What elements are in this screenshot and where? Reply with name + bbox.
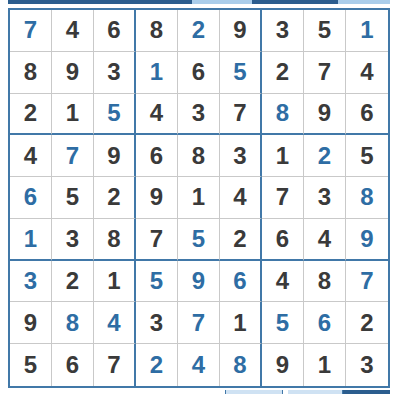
sudoku-cell-r9c4[interactable]: 2 <box>136 344 178 386</box>
sudoku-cell-r1c6[interactable]: 9 <box>220 10 262 52</box>
sudoku-cell-r1c2[interactable]: 4 <box>52 10 94 52</box>
sudoku-cell-r5c8[interactable]: 3 <box>304 177 346 219</box>
cropped-toolbar-segment-light-1 <box>192 0 252 4</box>
sudoku-cell-r6c5[interactable]: 5 <box>178 219 220 261</box>
sudoku-cell-r8c9[interactable]: 2 <box>346 302 388 344</box>
sudoku-cell-r6c3[interactable]: 8 <box>94 219 136 261</box>
sudoku-cell-r2c6[interactable]: 5 <box>220 52 262 94</box>
sudoku-app-screenshot: 7468293518931652742154378964796831256529… <box>0 0 400 394</box>
sudoku-cell-r4c6[interactable]: 3 <box>220 135 262 177</box>
sudoku-cell-r3c3[interactable]: 5 <box>94 94 136 136</box>
sudoku-cell-r6c6[interactable]: 2 <box>220 219 262 261</box>
sudoku-cell-r5c7[interactable]: 7 <box>262 177 304 219</box>
sudoku-cell-r3c9[interactable]: 6 <box>346 94 388 136</box>
sudoku-cell-r1c3[interactable]: 6 <box>94 10 136 52</box>
cropped-toolbar-strip-bottom <box>0 390 400 394</box>
sudoku-cell-r9c5[interactable]: 4 <box>178 344 220 386</box>
sudoku-cell-r1c9[interactable]: 1 <box>346 10 388 52</box>
cropped-button-top-3 <box>343 390 390 394</box>
sudoku-cell-r7c8[interactable]: 8 <box>304 261 346 303</box>
sudoku-cell-r2c8[interactable]: 7 <box>304 52 346 94</box>
sudoku-cell-r6c2[interactable]: 3 <box>52 219 94 261</box>
sudoku-cell-r7c9[interactable]: 7 <box>346 261 388 303</box>
sudoku-cell-r2c7[interactable]: 2 <box>262 52 304 94</box>
sudoku-cell-r1c1[interactable]: 7 <box>10 10 52 52</box>
sudoku-cell-r3c7[interactable]: 8 <box>262 94 304 136</box>
sudoku-cell-r7c2[interactable]: 2 <box>52 261 94 303</box>
sudoku-cell-r8c8[interactable]: 6 <box>304 302 346 344</box>
sudoku-cell-r9c9[interactable]: 3 <box>346 344 388 386</box>
sudoku-cell-r3c4[interactable]: 4 <box>136 94 178 136</box>
sudoku-cell-r4c5[interactable]: 8 <box>178 135 220 177</box>
sudoku-cell-r4c2[interactable]: 7 <box>52 135 94 177</box>
sudoku-cell-r4c1[interactable]: 4 <box>10 135 52 177</box>
sudoku-cell-r6c1[interactable]: 1 <box>10 219 52 261</box>
sudoku-cell-r2c5[interactable]: 6 <box>178 52 220 94</box>
sudoku-cell-r7c3[interactable]: 1 <box>94 261 136 303</box>
sudoku-cell-r3c6[interactable]: 7 <box>220 94 262 136</box>
sudoku-cell-r3c2[interactable]: 1 <box>52 94 94 136</box>
sudoku-cell-r9c3[interactable]: 7 <box>94 344 136 386</box>
sudoku-cell-r5c3[interactable]: 2 <box>94 177 136 219</box>
sudoku-cell-r5c1[interactable]: 6 <box>10 177 52 219</box>
sudoku-cell-r7c7[interactable]: 4 <box>262 261 304 303</box>
sudoku-cell-r8c7[interactable]: 5 <box>262 302 304 344</box>
sudoku-cell-r2c3[interactable]: 3 <box>94 52 136 94</box>
sudoku-cell-r8c6[interactable]: 1 <box>220 302 262 344</box>
sudoku-cell-r6c9[interactable]: 9 <box>346 219 388 261</box>
sudoku-cell-r1c8[interactable]: 5 <box>304 10 346 52</box>
sudoku-cell-r8c5[interactable]: 7 <box>178 302 220 344</box>
sudoku-cell-r6c8[interactable]: 4 <box>304 219 346 261</box>
sudoku-cell-r7c4[interactable]: 5 <box>136 261 178 303</box>
sudoku-cell-r4c7[interactable]: 1 <box>262 135 304 177</box>
sudoku-cell-r7c5[interactable]: 9 <box>178 261 220 303</box>
cropped-button-top-1 <box>225 390 283 394</box>
cropped-toolbar-segment-light-2 <box>338 0 390 4</box>
sudoku-cell-r7c6[interactable]: 6 <box>220 261 262 303</box>
sudoku-cell-r4c8[interactable]: 2 <box>304 135 346 177</box>
sudoku-cell-r3c1[interactable]: 2 <box>10 94 52 136</box>
sudoku-cell-r5c5[interactable]: 1 <box>178 177 220 219</box>
sudoku-cell-r2c9[interactable]: 4 <box>346 52 388 94</box>
sudoku-cell-r1c5[interactable]: 2 <box>178 10 220 52</box>
sudoku-cell-r1c4[interactable]: 8 <box>136 10 178 52</box>
sudoku-cell-r3c8[interactable]: 9 <box>304 94 346 136</box>
sudoku-cell-r6c7[interactable]: 6 <box>262 219 304 261</box>
sudoku-cell-r4c4[interactable]: 6 <box>136 135 178 177</box>
cropped-button-top-2 <box>288 390 343 394</box>
sudoku-cell-r9c1[interactable]: 5 <box>10 344 52 386</box>
sudoku-cell-r9c6[interactable]: 8 <box>220 344 262 386</box>
sudoku-cell-r5c6[interactable]: 4 <box>220 177 262 219</box>
sudoku-cell-r1c7[interactable]: 3 <box>262 10 304 52</box>
sudoku-cell-r4c3[interactable]: 9 <box>94 135 136 177</box>
sudoku-cell-r9c8[interactable]: 1 <box>304 344 346 386</box>
sudoku-cell-r9c2[interactable]: 6 <box>52 344 94 386</box>
sudoku-cell-r2c4[interactable]: 1 <box>136 52 178 94</box>
sudoku-cell-r2c1[interactable]: 8 <box>10 52 52 94</box>
sudoku-cell-r8c3[interactable]: 4 <box>94 302 136 344</box>
sudoku-cell-r5c9[interactable]: 8 <box>346 177 388 219</box>
sudoku-cell-r5c4[interactable]: 9 <box>136 177 178 219</box>
sudoku-cell-r4c9[interactable]: 5 <box>346 135 388 177</box>
sudoku-cell-r9c7[interactable]: 9 <box>262 344 304 386</box>
sudoku-grid: 7468293518931652742154378964796831256529… <box>8 8 390 388</box>
sudoku-cell-r5c2[interactable]: 5 <box>52 177 94 219</box>
sudoku-cell-r7c1[interactable]: 3 <box>10 261 52 303</box>
sudoku-cell-r8c1[interactable]: 9 <box>10 302 52 344</box>
sudoku-cell-r6c4[interactable]: 7 <box>136 219 178 261</box>
sudoku-cell-r8c2[interactable]: 8 <box>52 302 94 344</box>
sudoku-cell-r8c4[interactable]: 3 <box>136 302 178 344</box>
cropped-toolbar-strip-top <box>8 0 390 4</box>
sudoku-cell-r2c2[interactable]: 9 <box>52 52 94 94</box>
sudoku-cell-r3c5[interactable]: 3 <box>178 94 220 136</box>
